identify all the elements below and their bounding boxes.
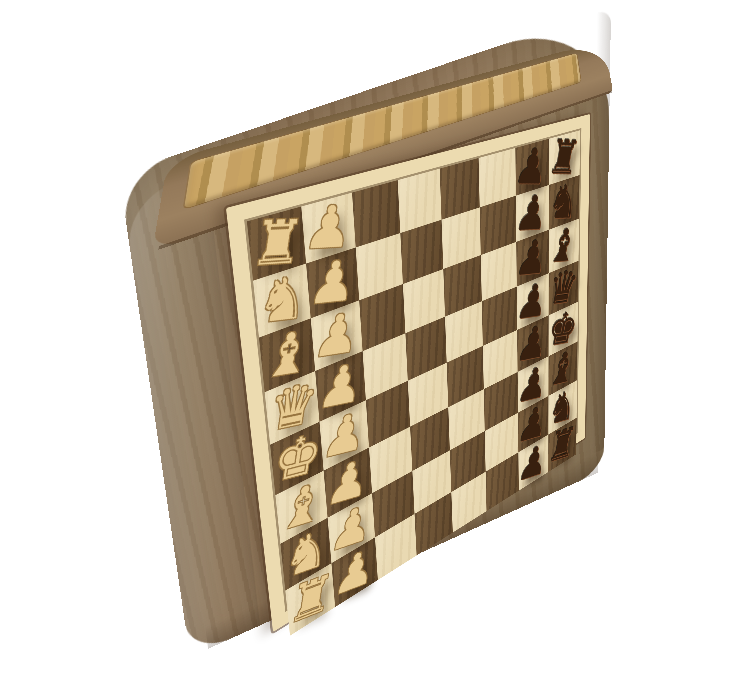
chess-board: ♜♟♟♜♞♟♟♞♝♟♟♝♛♟♟♛♚♟♟♚♝♟♟♝♞♟♟♞♜♟♟♜ xyxy=(247,130,580,609)
photo-scene: ♜♟♟♜♞♟♟♞♝♟♟♝♛♟♟♛♚♟♟♚♝♟♟♝♞♟♟♞♜♟♟♜ xyxy=(0,0,750,700)
